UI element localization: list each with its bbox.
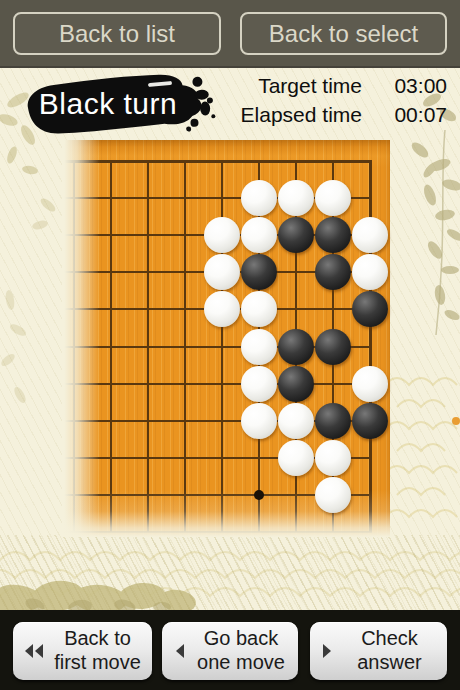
white-stone xyxy=(315,180,351,216)
top-bar: Back to list Back to select xyxy=(0,0,460,68)
white-stone xyxy=(352,217,388,253)
white-stone xyxy=(352,366,388,402)
go-back-one-move-label: Go back one move xyxy=(188,627,294,674)
go-back-one-move-button[interactable]: Go back one move xyxy=(162,622,298,680)
white-stone xyxy=(204,217,240,253)
accent-dot xyxy=(452,417,460,425)
button-label-line2: first move xyxy=(54,651,141,675)
white-stone xyxy=(352,254,388,290)
target-time-value: 03:00 xyxy=(375,74,447,98)
black-stone xyxy=(278,217,314,253)
target-time-label: Target time xyxy=(241,74,362,98)
step-back-icon xyxy=(172,642,186,660)
background-texture-bottom xyxy=(0,535,460,612)
leaf-branch-right xyxy=(409,91,460,335)
black-stone xyxy=(352,403,388,439)
board-grid xyxy=(62,140,390,537)
check-answer-label: Check answer xyxy=(336,627,443,674)
bottom-bar: Back to first move Go back one move Chec… xyxy=(0,610,460,690)
board-grid-line-horizontal xyxy=(62,160,372,163)
white-stone xyxy=(278,440,314,476)
black-stone xyxy=(278,366,314,402)
skip-to-first-icon xyxy=(23,642,45,660)
turn-label: Black turn xyxy=(28,87,188,121)
black-stone xyxy=(278,329,314,365)
app-screen: Back to list Back to select Black turn T… xyxy=(0,0,460,690)
turn-banner: Black turn xyxy=(12,70,224,140)
white-stone xyxy=(278,180,314,216)
leaf-cluster-left xyxy=(0,289,28,404)
check-answer-button[interactable]: Check answer xyxy=(310,622,447,680)
white-stone xyxy=(241,217,277,253)
elapsed-time-label: Elapsed time xyxy=(241,103,362,127)
button-label-line1: Back to xyxy=(64,627,131,651)
star-point xyxy=(254,490,264,500)
black-stone xyxy=(315,329,351,365)
board-grid-line-horizontal xyxy=(62,383,372,385)
back-to-list-button[interactable]: Back to list xyxy=(13,12,221,55)
back-to-select-button[interactable]: Back to select xyxy=(240,12,447,55)
button-label-line2: answer xyxy=(357,651,421,675)
back-to-select-label: Back to select xyxy=(269,20,418,48)
go-board[interactable] xyxy=(62,140,390,537)
wave-pattern-bottom xyxy=(0,552,460,596)
white-stone xyxy=(241,291,277,327)
white-stone xyxy=(241,180,277,216)
button-label-line1: Go back xyxy=(204,627,278,651)
white-stone xyxy=(241,403,277,439)
black-stone xyxy=(241,254,277,290)
check-answer-icon xyxy=(320,642,334,660)
back-to-list-label: Back to list xyxy=(59,20,175,48)
board-grid-line-horizontal xyxy=(62,531,372,533)
white-stone xyxy=(278,403,314,439)
wave-pattern-right xyxy=(385,378,457,517)
black-stone xyxy=(315,217,351,253)
black-stone xyxy=(352,291,388,327)
black-stone xyxy=(315,254,351,290)
white-stone xyxy=(315,440,351,476)
white-stone xyxy=(204,254,240,290)
black-stone xyxy=(315,403,351,439)
timer-panel: Target time 03:00 Elapsed time 00:07 xyxy=(241,74,447,127)
white-stone xyxy=(241,366,277,402)
back-to-first-move-label: Back to first move xyxy=(47,627,148,674)
white-stone xyxy=(204,291,240,327)
white-stone xyxy=(241,329,277,365)
elapsed-time-value: 00:07 xyxy=(375,103,447,127)
back-to-first-move-button[interactable]: Back to first move xyxy=(13,622,152,680)
button-label-line2: one move xyxy=(197,651,285,675)
white-stone xyxy=(315,477,351,513)
button-label-line1: Check xyxy=(361,627,418,651)
